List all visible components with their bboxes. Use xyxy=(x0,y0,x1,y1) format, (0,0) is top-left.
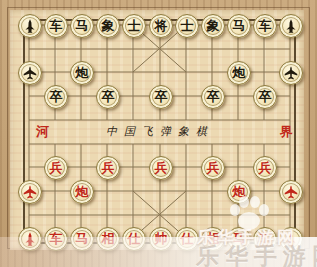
piece-red-cannon[interactable]: 炮 xyxy=(70,180,94,204)
piece-red-cannon[interactable]: 炮 xyxy=(227,180,251,204)
piece-black-general[interactable]: 将 xyxy=(149,14,173,38)
piece-red-missile[interactable] xyxy=(18,227,42,251)
piece-black-horse[interactable]: 马 xyxy=(70,14,94,38)
piece-black-chariot[interactable]: 车 xyxy=(44,14,68,38)
piece-black-soldier[interactable]: 卒 xyxy=(253,85,277,109)
piece-black-missile[interactable] xyxy=(279,14,303,38)
piece-black-advisor[interactable]: 士 xyxy=(175,14,199,38)
piece-black-elephant[interactable]: 象 xyxy=(201,14,225,38)
piece-black-soldier[interactable]: 卒 xyxy=(201,85,225,109)
piece-red-horse[interactable]: 马 xyxy=(227,227,251,251)
piece-red-airplane[interactable] xyxy=(279,180,303,204)
piece-black-cannon[interactable]: 炮 xyxy=(70,61,94,85)
piece-red-advisor[interactable]: 仕 xyxy=(122,227,146,251)
airplane-icon xyxy=(23,65,37,81)
piece-red-soldier[interactable]: 兵 xyxy=(253,156,277,180)
xiangqi-app-window: 车马象士将士象马车炮炮卒卒卒卒卒兵兵兵兵兵炮炮车马相仕帅仕相马车 河 中国飞弹象… xyxy=(0,0,317,267)
piece-black-airplane[interactable] xyxy=(279,61,303,85)
piece-black-elephant[interactable]: 象 xyxy=(96,14,120,38)
missile-icon xyxy=(23,18,37,34)
piece-red-soldier[interactable]: 兵 xyxy=(44,156,68,180)
piece-red-missile[interactable] xyxy=(279,227,303,251)
piece-red-soldier[interactable]: 兵 xyxy=(96,156,120,180)
piece-red-airplane[interactable] xyxy=(18,180,42,204)
piece-red-soldier[interactable]: 兵 xyxy=(201,156,225,180)
airplane-icon xyxy=(284,184,298,200)
piece-red-chariot[interactable]: 车 xyxy=(44,227,68,251)
piece-red-soldier[interactable]: 兵 xyxy=(149,156,173,180)
piece-red-elephant[interactable]: 相 xyxy=(201,227,225,251)
piece-black-airplane[interactable] xyxy=(18,61,42,85)
missile-icon xyxy=(284,18,298,34)
piece-red-horse[interactable]: 马 xyxy=(70,227,94,251)
piece-black-soldier[interactable]: 卒 xyxy=(44,85,68,109)
piece-red-chariot[interactable]: 车 xyxy=(253,227,277,251)
piece-red-elephant[interactable]: 相 xyxy=(96,227,120,251)
airplane-icon xyxy=(23,184,37,200)
piece-black-horse[interactable]: 马 xyxy=(227,14,251,38)
piece-black-advisor[interactable]: 士 xyxy=(122,14,146,38)
piece-red-general[interactable]: 帅 xyxy=(149,227,173,251)
piece-red-advisor[interactable]: 仕 xyxy=(175,227,199,251)
missile-icon xyxy=(23,231,37,247)
piece-black-chariot[interactable]: 车 xyxy=(253,14,277,38)
piece-black-cannon[interactable]: 炮 xyxy=(227,61,251,85)
piece-black-soldier[interactable]: 卒 xyxy=(149,85,173,109)
missile-icon xyxy=(284,231,298,247)
piece-black-missile[interactable] xyxy=(18,14,42,38)
piece-black-soldier[interactable]: 卒 xyxy=(96,85,120,109)
xiangqi-board[interactable] xyxy=(10,10,304,250)
airplane-icon xyxy=(284,65,298,81)
